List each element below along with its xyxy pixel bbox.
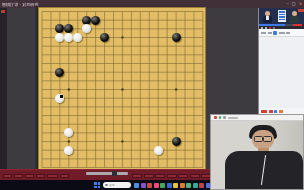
- star-point: [121, 140, 123, 142]
- webcam-control-dot[interactable]: [214, 116, 217, 119]
- webcam-control-dot[interactable]: [219, 116, 222, 119]
- toolbar-button-left-1[interactable]: [14, 174, 23, 178]
- panel-toolbar-item-0[interactable]: [261, 32, 266, 34]
- star-point: [121, 36, 123, 38]
- search-icon: [105, 184, 108, 187]
- person-glasses: [254, 136, 272, 140]
- star-point: [175, 88, 177, 90]
- toolbar-button-left-5[interactable]: [60, 174, 69, 178]
- taskbar-app-icon-7[interactable]: [180, 183, 185, 188]
- maximize-icon[interactable]: □: [292, 2, 296, 6]
- toolbar-button-left-2[interactable]: [25, 174, 34, 178]
- taskbar-search[interactable]: 搜索: [103, 182, 131, 188]
- minimize-icon[interactable]: –: [287, 2, 289, 6]
- black-stone-Q16: [172, 33, 181, 42]
- score-card: [278, 10, 286, 22]
- taskbar-app-icon-6[interactable]: [173, 183, 178, 188]
- black-stone-Q4: [172, 137, 181, 146]
- taskbar-app-icon-1[interactable]: [141, 183, 146, 188]
- move-slider[interactable]: [86, 172, 128, 175]
- toolbar-button-right-4[interactable]: [178, 174, 188, 178]
- taskbar-icons: [134, 183, 217, 188]
- white-stone-D3: [64, 146, 73, 155]
- webcam-title-text: [228, 117, 238, 119]
- toolbar-button-left-0[interactable]: [3, 174, 12, 178]
- danmaku-icon[interactable]: [273, 31, 277, 35]
- star-point: [68, 88, 70, 90]
- toolbar-button-right-3[interactable]: [167, 174, 177, 178]
- commentator-left-shirt: [266, 16, 269, 20]
- gift-bar-item[interactable]: [269, 110, 273, 113]
- panel-toolbar-item-3[interactable]: [286, 32, 290, 34]
- video-thumbnail[interactable]: [259, 8, 304, 24]
- toolbar-button-left-3[interactable]: [36, 174, 45, 178]
- left-sidebar: [0, 8, 7, 169]
- black-stone-G18: [91, 16, 100, 25]
- sidebar-red-icon[interactable]: [1, 10, 5, 13]
- panel-toolbar-item-2[interactable]: [279, 32, 285, 34]
- webcam-video: [211, 121, 303, 190]
- slider-handle[interactable]: [112, 171, 117, 176]
- windows-start-icon[interactable]: [94, 182, 100, 188]
- taskbar-app-icon-9[interactable]: [193, 183, 198, 188]
- gift-bar-item[interactable]: [261, 110, 267, 113]
- star-point: [121, 88, 123, 90]
- toolbar-button-right-2[interactable]: [155, 174, 165, 178]
- search-label: 搜索: [109, 183, 114, 187]
- live-badge: [298, 9, 304, 12]
- gift-bar-item[interactable]: [274, 110, 277, 113]
- screen: 围棋打谱 - 对局研究 – □ × 搜索: [0, 0, 304, 190]
- app-title: 围棋打谱 - 对局研究: [2, 2, 38, 7]
- last-move-marker: [60, 95, 63, 98]
- panel-toolbar-item-1[interactable]: [268, 32, 272, 34]
- taskbar-app-icon-10[interactable]: [199, 183, 204, 188]
- go-board[interactable]: [38, 7, 206, 170]
- webcam-window: [210, 114, 304, 190]
- taskbar-app-icon-2[interactable]: [147, 183, 152, 188]
- toolbar-button-right-0[interactable]: [132, 174, 142, 178]
- window-controls: – □ ×: [287, 2, 302, 6]
- webcam-control-dot[interactable]: [223, 116, 226, 119]
- taskbar-app-icon-8[interactable]: [186, 183, 191, 188]
- toolbar-button-right-1[interactable]: [144, 174, 154, 178]
- taskbar-app-icon-5[interactable]: [167, 183, 172, 188]
- taskbar-app-icon-4[interactable]: [160, 183, 165, 188]
- chat-area[interactable]: [259, 37, 304, 108]
- taskbar-app-icon-3[interactable]: [154, 183, 159, 188]
- white-stone-O3: [154, 146, 163, 155]
- commentator-right-body: [290, 16, 299, 23]
- gift-bar-item[interactable]: [279, 110, 283, 113]
- toolbar-button-left-4[interactable]: [47, 174, 58, 178]
- panel-toolbar[interactable]: [259, 29, 304, 37]
- close-icon[interactable]: ×: [299, 2, 302, 6]
- star-point: [68, 140, 70, 142]
- taskbar-app-icon-0[interactable]: [134, 183, 139, 188]
- toolbar-button-right-5[interactable]: [190, 174, 200, 178]
